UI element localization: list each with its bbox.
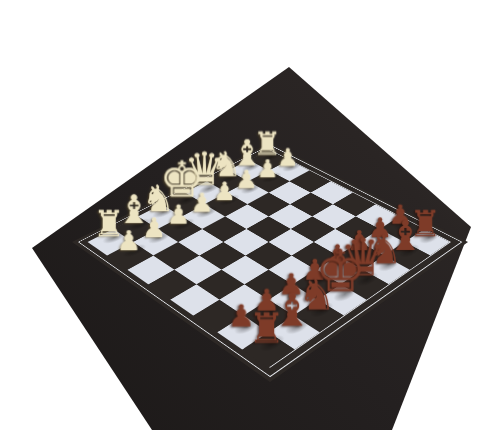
- piece-white-pawn: ♟: [142, 216, 166, 242]
- piece-white-pawn: ♟: [117, 229, 142, 255]
- piece-black-rook: ♜: [248, 309, 285, 348]
- square-d4: [246, 216, 290, 242]
- piece-white-pawn: ♟: [235, 168, 257, 192]
- piece-white-pawn: ♟: [277, 147, 299, 170]
- piece-white-pawn: ♟: [213, 179, 236, 203]
- piece-white-pawn: ♟: [191, 191, 214, 216]
- piece-white-pawn: ♟: [257, 157, 279, 180]
- chess-product-photo: ♜♝♞♛♚♞♝♜♟♟♟♟♟♟♟♟♟♟♟♟♟♟♟♟♜♝♞♛♚♞♝♜: [0, 0, 500, 430]
- piece-white-pawn: ♟: [167, 203, 191, 228]
